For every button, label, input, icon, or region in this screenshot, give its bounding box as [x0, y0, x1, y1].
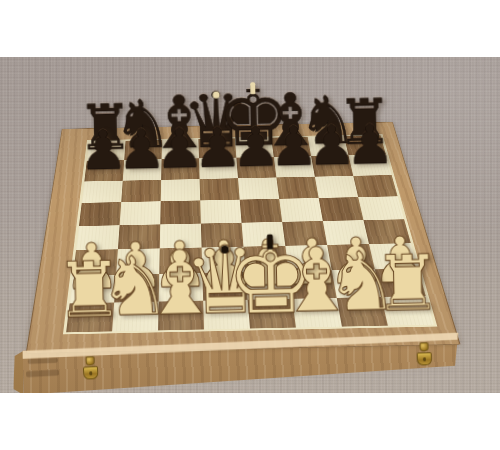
product-photo-canvas: { "game": "chess", "scene_description": … — [0, 0, 500, 450]
clasp-body — [83, 366, 99, 380]
piece-black-pawn-h7: ♟ — [345, 118, 395, 173]
clasp-tab — [419, 342, 428, 351]
clasp-icon-left — [82, 356, 98, 380]
photo-area: ♜♞♝♛♚♝♞♜♟♟♟♟♟♟♟♟♟♟♟♟♟♟♟♟♜♞♝♛♚♝♞♜ — [0, 57, 500, 393]
clasp-body — [417, 352, 432, 366]
clasp-tab — [85, 356, 94, 365]
light-finial-tip — [250, 82, 255, 94]
scene: ♜♞♝♛♚♝♞♜♟♟♟♟♟♟♟♟♟♟♟♟♟♟♟♟♜♞♝♛♚♝♞♜ — [0, 57, 500, 393]
piece-white-rook-h1: ♜ — [373, 245, 443, 322]
dark-finial-tip — [267, 235, 273, 250]
clasp-icon-right — [416, 342, 432, 366]
